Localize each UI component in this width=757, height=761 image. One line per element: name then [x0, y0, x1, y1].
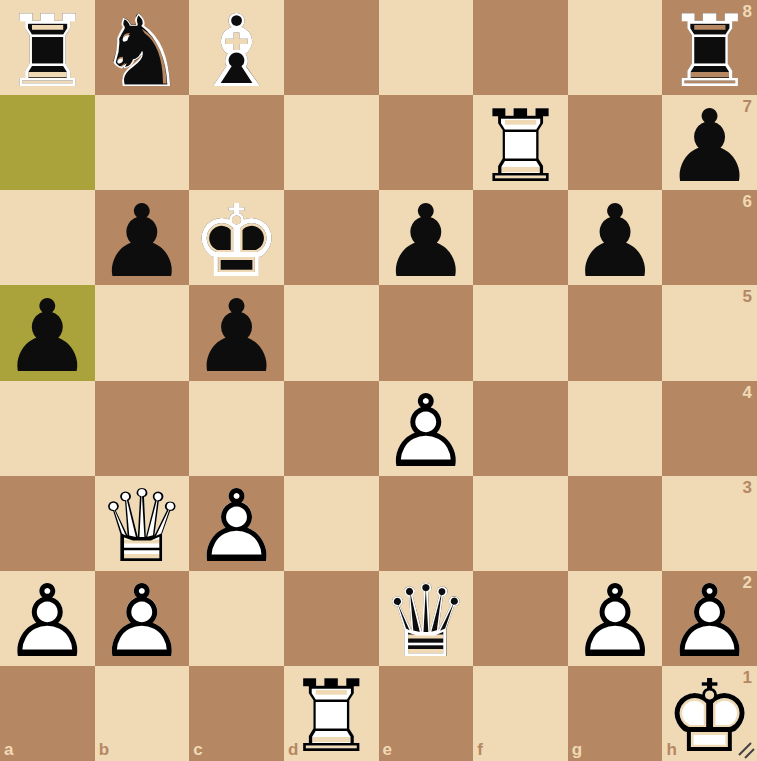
white-pawn[interactable]: ♟♙	[189, 476, 284, 571]
black-pawn[interactable]: ♟	[189, 285, 284, 380]
piece-glyph: ♟	[379, 194, 474, 289]
black-knight[interactable]: ♞♘	[95, 0, 190, 95]
piece-glyph: ♞	[95, 4, 190, 99]
square-e2[interactable]: ♛♕	[379, 571, 474, 666]
piece-glyph: ♚	[189, 194, 284, 289]
square-d8[interactable]	[284, 0, 379, 95]
white-rook[interactable]: ♜♖	[284, 666, 379, 761]
piece-outline: ♙	[95, 575, 190, 670]
black-pawn[interactable]: ♟	[379, 190, 474, 285]
square-c5[interactable]: ♟	[189, 285, 284, 380]
square-b6[interactable]: ♟	[95, 190, 190, 285]
square-f5[interactable]	[473, 285, 568, 380]
square-h3[interactable]: 3	[662, 476, 757, 571]
square-f6[interactable]	[473, 190, 568, 285]
square-g2[interactable]: ♟♙	[568, 571, 663, 666]
piece-glyph: ♟	[568, 575, 663, 670]
square-h5[interactable]: 5	[662, 285, 757, 380]
square-g6[interactable]: ♟	[568, 190, 663, 285]
piece-outline: ♕	[95, 480, 190, 575]
square-g1[interactable]: g	[568, 666, 663, 761]
piece-glyph: ♟	[0, 575, 95, 670]
piece-glyph: ♛	[95, 480, 190, 575]
piece-outline: ♖	[284, 670, 379, 761]
piece-glyph: ♟	[95, 575, 190, 670]
resize-handle-icon[interactable]	[735, 739, 755, 759]
square-e3[interactable]	[379, 476, 474, 571]
rank-label-6: 6	[743, 192, 752, 212]
file-label-e: e	[383, 740, 392, 760]
piece-outline: ♙	[662, 575, 757, 670]
square-h6[interactable]: 6	[662, 190, 757, 285]
square-b1[interactable]: b	[95, 666, 190, 761]
square-g3[interactable]	[568, 476, 663, 571]
square-c7[interactable]	[189, 95, 284, 190]
square-b2[interactable]: ♟♙	[95, 571, 190, 666]
piece-glyph: ♜	[662, 4, 757, 99]
piece-outline: ♙	[189, 480, 284, 575]
square-f1[interactable]: f	[473, 666, 568, 761]
piece-outline: ♙	[0, 575, 95, 670]
black-king[interactable]: ♚♔	[189, 190, 284, 285]
square-e1[interactable]: e	[379, 666, 474, 761]
square-h2[interactable]: 2♟♙	[662, 571, 757, 666]
square-g8[interactable]	[568, 0, 663, 95]
square-a2[interactable]: ♟♙	[0, 571, 95, 666]
black-queen[interactable]: ♛♕	[379, 571, 474, 666]
square-a7[interactable]	[0, 95, 95, 190]
white-queen[interactable]: ♛♕	[95, 476, 190, 571]
square-d6[interactable]	[284, 190, 379, 285]
square-b4[interactable]	[95, 381, 190, 476]
piece-glyph: ♟	[379, 385, 474, 480]
piece-glyph: ♟	[662, 99, 757, 194]
piece-detail: ♕	[379, 575, 474, 670]
rank-label-4: 4	[743, 383, 752, 403]
file-label-c: c	[193, 740, 202, 760]
file-label-b: b	[99, 740, 109, 760]
square-d1[interactable]: d♜♖	[284, 666, 379, 761]
square-f4[interactable]	[473, 381, 568, 476]
square-d3[interactable]	[284, 476, 379, 571]
square-c1[interactable]: c	[189, 666, 284, 761]
white-pawn[interactable]: ♟♙	[568, 571, 663, 666]
black-bishop[interactable]: ♝♗	[189, 0, 284, 95]
square-g7[interactable]	[568, 95, 663, 190]
black-pawn[interactable]: ♟	[662, 95, 757, 190]
file-label-g: g	[572, 740, 582, 760]
square-b5[interactable]	[95, 285, 190, 380]
square-d5[interactable]	[284, 285, 379, 380]
square-c4[interactable]	[189, 381, 284, 476]
square-d2[interactable]	[284, 571, 379, 666]
square-h8[interactable]: 8♜♖	[662, 0, 757, 95]
black-rook[interactable]: ♜♖	[0, 0, 95, 95]
square-a3[interactable]	[0, 476, 95, 571]
white-rook[interactable]: ♜♖	[473, 95, 568, 190]
square-b8[interactable]: ♞♘	[95, 0, 190, 95]
square-e7[interactable]	[379, 95, 474, 190]
white-pawn[interactable]: ♟♙	[95, 571, 190, 666]
square-g4[interactable]	[568, 381, 663, 476]
square-h7[interactable]: 7♟	[662, 95, 757, 190]
square-d4[interactable]	[284, 381, 379, 476]
square-h4[interactable]: 4	[662, 381, 757, 476]
square-a1[interactable]: a	[0, 666, 95, 761]
square-a8[interactable]: ♜♖	[0, 0, 95, 95]
piece-glyph: ♜	[473, 99, 568, 194]
black-pawn[interactable]: ♟	[95, 190, 190, 285]
white-pawn[interactable]: ♟♙	[0, 571, 95, 666]
piece-detail: ♖	[0, 4, 95, 99]
square-b3[interactable]: ♛♕	[95, 476, 190, 571]
piece-glyph: ♟	[189, 480, 284, 575]
square-e6[interactable]: ♟	[379, 190, 474, 285]
square-a6[interactable]	[0, 190, 95, 285]
piece-outline: ♖	[473, 99, 568, 194]
piece-detail: ♖	[662, 4, 757, 99]
piece-detail: ♔	[189, 194, 284, 289]
piece-glyph: ♟	[662, 575, 757, 670]
square-c8[interactable]: ♝♗	[189, 0, 284, 95]
file-label-a: a	[4, 740, 13, 760]
chess-board: ♜♖♞♘♝♗8♜♖♜♖7♟♟♚♔♟♟6♟♟5♟♙4♛♕♟♙3♟♙♟♙♛♕♟♙2♟…	[0, 0, 757, 761]
piece-outline: ♙	[568, 575, 663, 670]
piece-glyph: ♟	[95, 194, 190, 289]
piece-glyph: ♟	[568, 194, 663, 289]
square-e5[interactable]	[379, 285, 474, 380]
rank-label-3: 3	[743, 478, 752, 498]
square-f7[interactable]: ♜♖	[473, 95, 568, 190]
piece-glyph: ♜	[284, 670, 379, 761]
square-c6[interactable]: ♚♔	[189, 190, 284, 285]
piece-detail: ♗	[189, 4, 284, 99]
rank-label-5: 5	[743, 287, 752, 307]
piece-outline: ♙	[379, 385, 474, 480]
square-e8[interactable]	[379, 0, 474, 95]
square-c2[interactable]	[189, 571, 284, 666]
piece-glyph: ♝	[189, 4, 284, 99]
square-b7[interactable]	[95, 95, 190, 190]
square-a5[interactable]: ♟	[0, 285, 95, 380]
square-f2[interactable]	[473, 571, 568, 666]
piece-glyph: ♟	[189, 289, 284, 384]
square-f8[interactable]	[473, 0, 568, 95]
square-e4[interactable]: ♟♙	[379, 381, 474, 476]
square-f3[interactable]	[473, 476, 568, 571]
square-g5[interactable]	[568, 285, 663, 380]
file-label-f: f	[477, 740, 483, 760]
piece-glyph: ♜	[0, 4, 95, 99]
white-pawn[interactable]: ♟♙	[379, 381, 474, 476]
black-pawn[interactable]: ♟	[0, 285, 95, 380]
black-pawn[interactable]: ♟	[568, 190, 663, 285]
square-a4[interactable]	[0, 381, 95, 476]
piece-glyph: ♛	[379, 575, 474, 670]
piece-glyph: ♟	[0, 289, 95, 384]
black-rook[interactable]: ♜♖	[662, 0, 757, 95]
square-d7[interactable]	[284, 95, 379, 190]
piece-detail: ♘	[95, 4, 190, 99]
white-pawn[interactable]: ♟♙	[662, 571, 757, 666]
square-c3[interactable]: ♟♙	[189, 476, 284, 571]
